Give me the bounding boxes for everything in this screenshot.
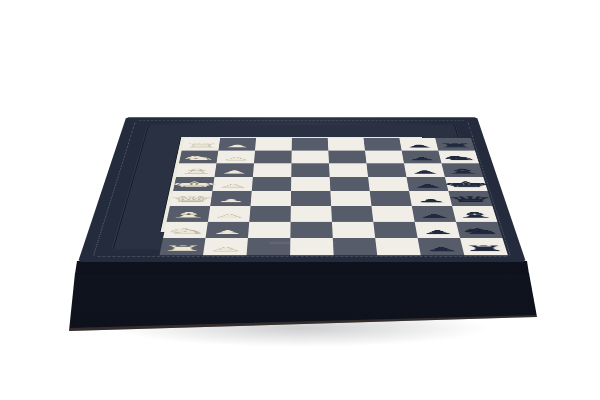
square[interactable]: ♟: [415, 222, 460, 238]
square[interactable]: ♟: [210, 191, 252, 206]
chess-piece-bQ[interactable]: ♛: [445, 196, 496, 203]
square[interactable]: ♞: [438, 151, 479, 164]
chess-piece-wN[interactable]: ♞: [178, 155, 219, 161]
square[interactable]: ♝: [452, 206, 497, 222]
square[interactable]: ♜: [435, 138, 475, 150]
square[interactable]: [371, 206, 414, 222]
chess-piece-bP[interactable]: ♟: [418, 214, 451, 219]
square[interactable]: [329, 163, 368, 177]
square[interactable]: [375, 238, 421, 255]
square[interactable]: [291, 163, 329, 177]
square[interactable]: [291, 177, 330, 191]
square[interactable]: [366, 163, 406, 177]
square[interactable]: ♟: [216, 151, 255, 164]
square[interactable]: [292, 138, 329, 150]
square[interactable]: ♝: [176, 163, 216, 177]
chess-piece-bN[interactable]: ♞: [456, 228, 503, 235]
square[interactable]: [332, 222, 375, 238]
chess-piece-wP[interactable]: ♟: [213, 214, 245, 219]
square[interactable]: ♞: [163, 222, 208, 238]
square[interactable]: [291, 206, 332, 222]
chess-piece-bB[interactable]: ♝: [440, 168, 485, 174]
board-lid: ♜♟♟♜♞♟♟♞♝♟♟♝♚♟♟♚♛♟♟♛♝♟♟♝♞♟♟♞♜♟♟♜: [78, 117, 526, 262]
square[interactable]: [253, 163, 292, 177]
square[interactable]: ♟: [218, 138, 256, 150]
chess-piece-bK[interactable]: ♚: [440, 181, 492, 188]
chess-piece-wK[interactable]: ♚: [168, 181, 219, 188]
chess-piece-bP[interactable]: ♟: [415, 198, 447, 203]
square[interactable]: ♛: [448, 191, 492, 206]
chess-piece-bP[interactable]: ♟: [424, 246, 459, 251]
square[interactable]: ♞: [456, 222, 503, 238]
chess-piece-wN[interactable]: ♞: [162, 228, 209, 235]
square[interactable]: [252, 177, 292, 191]
chess-piece-wP[interactable]: ♟: [223, 144, 252, 148]
chess-piece-wP[interactable]: ♟: [221, 157, 250, 161]
square[interactable]: ♝: [442, 163, 484, 177]
square[interactable]: [291, 191, 331, 206]
square[interactable]: ♟: [399, 138, 438, 150]
chess-piece-wB[interactable]: ♝: [174, 168, 218, 174]
chess-piece-wB[interactable]: ♝: [164, 211, 212, 218]
square[interactable]: [248, 222, 291, 238]
playing-surface-inset: ♜♟♟♜♞♟♟♞♝♟♟♝♚♟♟♚♛♟♟♛♝♟♟♝♞♟♟♞♜♟♟♜: [113, 125, 492, 249]
chess-piece-bP[interactable]: ♟: [412, 184, 443, 188]
square[interactable]: [365, 151, 404, 164]
square[interactable]: [330, 177, 370, 191]
chess-piece-bR[interactable]: ♜: [461, 245, 507, 252]
product-photo-stage: ♜♟♟♜♞♟♟♞♝♟♟♝♚♟♟♚♛♟♟♛♝♟♟♝♞♟♟♞♜♟♟♜: [0, 0, 600, 400]
board-grid: ♜♟♟♜♞♟♟♞♝♟♟♝♚♟♟♚♛♟♟♛♝♟♟♝♞♟♟♞♜♟♟♜: [159, 138, 508, 255]
square[interactable]: ♜: [460, 238, 508, 255]
square[interactable]: [328, 151, 366, 164]
chess-piece-wQ[interactable]: ♛: [166, 196, 216, 203]
chess-piece-bR[interactable]: ♜: [436, 143, 474, 148]
square[interactable]: ♚: [445, 177, 488, 191]
square[interactable]: [373, 222, 417, 238]
square[interactable]: ♚: [173, 177, 214, 191]
square[interactable]: ♟: [214, 163, 253, 177]
chess-piece-bP[interactable]: ♟: [405, 144, 434, 148]
square[interactable]: ♟: [203, 238, 248, 255]
chess-piece-bN[interactable]: ♞: [438, 155, 480, 161]
square[interactable]: [333, 238, 377, 255]
chess-piece-bP[interactable]: ♟: [421, 230, 455, 235]
chess-piece-wR[interactable]: ♜: [160, 245, 205, 252]
square[interactable]: ♟: [402, 151, 442, 164]
square[interactable]: [370, 191, 412, 206]
square[interactable]: [328, 138, 365, 150]
chess-piece-bB[interactable]: ♝: [451, 211, 500, 218]
square[interactable]: [290, 222, 332, 238]
square[interactable]: ♛: [170, 191, 212, 206]
square[interactable]: [364, 138, 402, 150]
square[interactable]: [255, 138, 292, 150]
square[interactable]: [331, 206, 373, 222]
square[interactable]: [249, 206, 291, 222]
square[interactable]: ♜: [159, 238, 205, 255]
square[interactable]: [251, 191, 292, 206]
square[interactable]: [368, 177, 409, 191]
chess-piece-wP[interactable]: ♟: [215, 198, 246, 203]
chess-piece-bP[interactable]: ♟: [409, 170, 439, 174]
square[interactable]: [330, 191, 371, 206]
square[interactable]: ♟: [412, 206, 456, 222]
square[interactable]: ♟: [409, 191, 452, 206]
board-frame: ♜♟♟♜♞♟♟♞♝♟♟♝♚♟♟♚♛♟♟♛♝♟♟♝♞♟♟♞♜♟♟♜: [161, 137, 444, 232]
square[interactable]: ♟: [404, 163, 445, 177]
square[interactable]: [254, 151, 292, 164]
chess-piece-wP[interactable]: ♟: [211, 230, 244, 235]
square[interactable]: [291, 151, 329, 164]
brand-emboss: [269, 242, 335, 244]
chess-piece-wR[interactable]: ♜: [182, 143, 220, 148]
square[interactable]: ♟: [208, 206, 251, 222]
square[interactable]: ♝: [167, 206, 211, 222]
square[interactable]: ♞: [179, 151, 218, 164]
chess-box-scene: ♜♟♟♜♞♟♟♞♝♟♟♝♚♟♟♚♛♟♟♛♝♟♟♝♞♟♟♞♜♟♟♜: [0, 0, 600, 400]
square[interactable]: ♟: [418, 238, 465, 255]
chess-piece-wP[interactable]: ♟: [208, 246, 242, 251]
square[interactable]: ♜: [182, 138, 220, 150]
chess-piece-wP[interactable]: ♟: [219, 170, 249, 174]
chess-piece-wP[interactable]: ♟: [217, 184, 248, 188]
square[interactable]: ♟: [206, 222, 250, 238]
chess-piece-bP[interactable]: ♟: [407, 157, 437, 161]
